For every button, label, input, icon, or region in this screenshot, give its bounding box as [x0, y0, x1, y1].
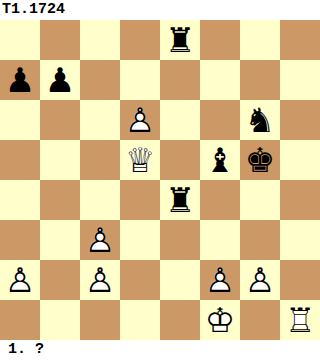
- square-d6[interactable]: ♟♙: [120, 100, 160, 140]
- white-queen[interactable]: ♛♕: [120, 140, 160, 180]
- square-g8[interactable]: [240, 20, 280, 60]
- square-c6[interactable]: [80, 100, 120, 140]
- white-piece-outline: ♙: [200, 260, 240, 300]
- white-pawn[interactable]: ♟♙: [0, 260, 40, 300]
- square-b4[interactable]: [40, 180, 80, 220]
- white-piece-outline: ♕: [120, 140, 160, 180]
- puzzle-id-label: T1.1724: [2, 1, 65, 19]
- white-piece-outline: ♔: [200, 300, 240, 340]
- square-b2[interactable]: [40, 260, 80, 300]
- chess-puzzle-diagram: T1.1724 ♜♟♟♟♙♞♛♕♝♚♜♟♙♟♙♟♙♟♙♟♙♚♔♜♖ 1. ?: [0, 0, 320, 360]
- square-h5[interactable]: [280, 140, 320, 180]
- white-pawn[interactable]: ♟♙: [200, 260, 240, 300]
- white-piece-outline: ♙: [120, 100, 160, 140]
- white-piece-outline: ♙: [80, 260, 120, 300]
- square-a4[interactable]: [0, 180, 40, 220]
- square-d8[interactable]: [120, 20, 160, 60]
- square-d2[interactable]: [120, 260, 160, 300]
- square-a6[interactable]: [0, 100, 40, 140]
- black-pawn[interactable]: ♟: [0, 60, 40, 100]
- square-f7[interactable]: [200, 60, 240, 100]
- square-c3[interactable]: ♟♙: [80, 220, 120, 260]
- white-pawn[interactable]: ♟♙: [80, 220, 120, 260]
- square-d3[interactable]: [120, 220, 160, 260]
- square-c8[interactable]: [80, 20, 120, 60]
- white-piece-outline: ♙: [80, 220, 120, 260]
- square-e3[interactable]: [160, 220, 200, 260]
- square-a7[interactable]: ♟: [0, 60, 40, 100]
- chess-board: ♜♟♟♟♙♞♛♕♝♚♜♟♙♟♙♟♙♟♙♟♙♚♔♜♖: [0, 20, 320, 340]
- square-f8[interactable]: [200, 20, 240, 60]
- black-rook[interactable]: ♜: [160, 180, 200, 220]
- square-f1[interactable]: ♚♔: [200, 300, 240, 340]
- square-b1[interactable]: [40, 300, 80, 340]
- square-g1[interactable]: [240, 300, 280, 340]
- square-c1[interactable]: [80, 300, 120, 340]
- black-rook[interactable]: ♜: [160, 20, 200, 60]
- white-pawn[interactable]: ♟♙: [240, 260, 280, 300]
- square-h6[interactable]: [280, 100, 320, 140]
- square-g4[interactable]: [240, 180, 280, 220]
- square-g6[interactable]: ♞: [240, 100, 280, 140]
- square-a2[interactable]: ♟♙: [0, 260, 40, 300]
- black-king[interactable]: ♚: [240, 140, 280, 180]
- square-h3[interactable]: [280, 220, 320, 260]
- square-a5[interactable]: [0, 140, 40, 180]
- square-a1[interactable]: [0, 300, 40, 340]
- square-d5[interactable]: ♛♕: [120, 140, 160, 180]
- white-piece-outline: ♙: [0, 260, 40, 300]
- square-d1[interactable]: [120, 300, 160, 340]
- square-e7[interactable]: [160, 60, 200, 100]
- square-c4[interactable]: [80, 180, 120, 220]
- white-pawn[interactable]: ♟♙: [120, 100, 160, 140]
- black-bishop[interactable]: ♝: [200, 140, 240, 180]
- square-e4[interactable]: ♜: [160, 180, 200, 220]
- white-rook[interactable]: ♜♖: [280, 300, 320, 340]
- square-b8[interactable]: [40, 20, 80, 60]
- square-g7[interactable]: [240, 60, 280, 100]
- white-king[interactable]: ♚♔: [200, 300, 240, 340]
- square-a3[interactable]: [0, 220, 40, 260]
- square-g3[interactable]: [240, 220, 280, 260]
- square-b3[interactable]: [40, 220, 80, 260]
- square-d4[interactable]: [120, 180, 160, 220]
- square-f2[interactable]: ♟♙: [200, 260, 240, 300]
- square-b7[interactable]: ♟: [40, 60, 80, 100]
- square-h7[interactable]: [280, 60, 320, 100]
- white-pawn[interactable]: ♟♙: [80, 260, 120, 300]
- square-g5[interactable]: ♚: [240, 140, 280, 180]
- square-e1[interactable]: [160, 300, 200, 340]
- square-c5[interactable]: [80, 140, 120, 180]
- square-b5[interactable]: [40, 140, 80, 180]
- square-e8[interactable]: ♜: [160, 20, 200, 60]
- square-d7[interactable]: [120, 60, 160, 100]
- square-b6[interactable]: [40, 100, 80, 140]
- black-knight[interactable]: ♞: [240, 100, 280, 140]
- white-piece-outline: ♖: [280, 300, 320, 340]
- square-h4[interactable]: [280, 180, 320, 220]
- square-g2[interactable]: ♟♙: [240, 260, 280, 300]
- square-a8[interactable]: [0, 20, 40, 60]
- square-e6[interactable]: [160, 100, 200, 140]
- square-c7[interactable]: [80, 60, 120, 100]
- square-h8[interactable]: [280, 20, 320, 60]
- square-f3[interactable]: [200, 220, 240, 260]
- square-f5[interactable]: ♝: [200, 140, 240, 180]
- square-h1[interactable]: ♜♖: [280, 300, 320, 340]
- square-e5[interactable]: [160, 140, 200, 180]
- square-e2[interactable]: [160, 260, 200, 300]
- black-pawn[interactable]: ♟: [40, 60, 80, 100]
- square-f6[interactable]: [200, 100, 240, 140]
- square-h2[interactable]: [280, 260, 320, 300]
- square-c2[interactable]: ♟♙: [80, 260, 120, 300]
- square-f4[interactable]: [200, 180, 240, 220]
- move-prompt-label: 1. ?: [8, 341, 44, 359]
- white-piece-outline: ♙: [240, 260, 280, 300]
